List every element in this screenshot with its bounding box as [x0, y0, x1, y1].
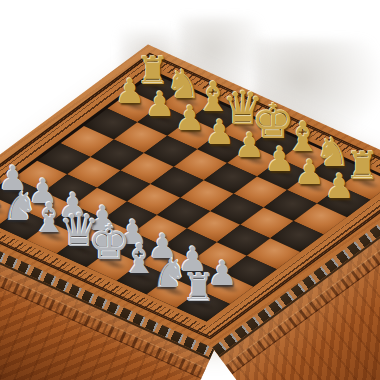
silver-rook-piece[interactable]: ♜ — [159, 269, 239, 307]
chess-set-photo: ♜♞♝♛♚♝♞♜♟♟♟♟♟♟♟♟♟♟♟♟♟♟♟♟♜♞♝♛♚♝♞♜ — [0, 0, 380, 380]
brass-pawn-piece[interactable]: ♟ — [300, 169, 380, 203]
